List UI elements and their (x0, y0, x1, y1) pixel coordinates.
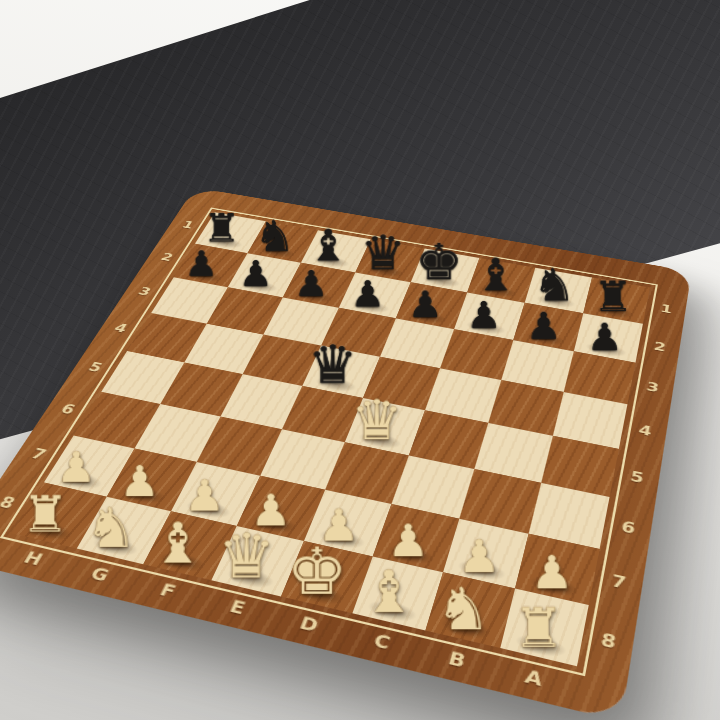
piece-black-pawn-d2: ♟ (395, 287, 455, 324)
piece-white-rook-a8: ♜ (500, 602, 578, 656)
square-a2: ♟ (574, 313, 643, 363)
file-label-D: D (297, 612, 322, 636)
piece-black-queen-e1: ♛ (354, 230, 411, 277)
piece-white-pawn-a7: ♟ (514, 550, 589, 596)
piece-black-rook-h1: ♜ (193, 209, 249, 248)
rank-label-right-4: 4 (637, 422, 653, 440)
piece-black-queen-e4: ♛ (301, 339, 364, 391)
rank-label-left-5: 5 (85, 359, 105, 375)
rank-label-right-2: 2 (653, 339, 667, 354)
scene: ♜♞♝♛♚♝♞♜♟♟♟♟♟♟♟♟♛♛♟♟♟♟♟♟♟♟♜♞♝♛♚♝♞♜ HGFED… (0, 0, 720, 720)
rank-label-left-6: 6 (57, 401, 78, 418)
piece-white-queen-e8: ♛ (210, 526, 284, 588)
file-label-H: H (20, 547, 46, 569)
rank-label-right-8: 8 (599, 629, 618, 653)
piece-black-pawn-g2: ♟ (226, 256, 284, 291)
piece-white-knight-g8: ♞ (74, 500, 147, 555)
piece-white-knight-b8: ♞ (424, 579, 501, 638)
file-label-A: A (523, 665, 545, 691)
piece-white-pawn-b7: ♟ (442, 534, 516, 579)
piece-black-pawn-e2: ♟ (338, 276, 397, 312)
piece-white-bishop-f8: ♝ (141, 515, 214, 571)
piece-black-pawn-c2: ♟ (453, 297, 514, 334)
file-label-B: B (446, 647, 468, 672)
piece-white-pawn-c7: ♟ (372, 519, 445, 564)
rank-label-left-4: 4 (111, 321, 130, 336)
piece-black-knight-b1: ♞ (524, 263, 583, 308)
file-label-F: F (157, 579, 180, 601)
piece-white-queen-d5: ♛ (344, 393, 410, 448)
rank-label-right-6: 6 (620, 517, 637, 537)
rank-label-right-7: 7 (610, 571, 628, 593)
file-label-C: C (371, 629, 393, 653)
piece-black-bishop-c1: ♝ (467, 253, 526, 297)
piece-black-rook-a1: ♜ (583, 277, 643, 318)
rank-label-right-5: 5 (629, 468, 645, 487)
file-label-E: E (227, 595, 249, 618)
file-label-G: G (87, 563, 113, 585)
piece-black-knight-g1: ♞ (246, 215, 303, 258)
rank-label-right-3: 3 (645, 379, 660, 395)
piece-white-pawn-h7: ♟ (41, 447, 110, 489)
rank-label-left-3: 3 (135, 285, 153, 299)
piece-white-king-d8: ♚ (280, 539, 355, 604)
piece-white-bishop-c8: ♝ (351, 563, 427, 621)
piece-white-rook-h8: ♜ (9, 490, 81, 540)
piece-black-pawn-a2: ♟ (573, 319, 635, 357)
piece-black-pawn-h2: ♟ (172, 247, 230, 282)
piece-black-king-d1: ♚ (410, 237, 468, 287)
square-d5: ♛ (345, 398, 425, 455)
piece-black-bishop-f1: ♝ (300, 224, 357, 267)
piece-black-pawn-b2: ♟ (513, 308, 574, 345)
rank-label-right-1: 1 (659, 302, 673, 316)
piece-black-pawn-f2: ♟ (282, 266, 341, 302)
